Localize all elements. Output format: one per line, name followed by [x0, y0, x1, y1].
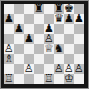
white-pawn-piece: ♙ — [64, 64, 74, 74]
square-f6[interactable] — [54, 24, 64, 34]
square-d6[interactable] — [34, 24, 44, 34]
square-e3[interactable] — [44, 54, 54, 64]
white-rook-piece: ♖ — [4, 74, 14, 84]
black-pawn-piece: ♟ — [24, 34, 34, 44]
square-b6[interactable]: ♟ — [14, 24, 24, 34]
square-g5[interactable] — [64, 34, 74, 44]
square-d4[interactable] — [34, 44, 44, 54]
square-c2[interactable]: ♙ — [24, 64, 34, 74]
square-d3[interactable] — [34, 54, 44, 64]
square-e2[interactable] — [44, 64, 54, 74]
square-a8[interactable] — [4, 4, 14, 14]
square-g7[interactable]: ♟ — [64, 14, 74, 24]
square-c6[interactable] — [24, 24, 34, 34]
square-h6[interactable] — [74, 24, 84, 34]
square-c8[interactable] — [24, 4, 34, 14]
square-d2[interactable] — [34, 64, 44, 74]
white-pawn-piece: ♙ — [24, 64, 34, 74]
square-b1[interactable] — [14, 74, 24, 84]
square-a4[interactable]: ♙ — [4, 44, 14, 54]
black-pawn-piece: ♟ — [14, 24, 24, 34]
square-d8[interactable]: ♜ — [34, 4, 44, 14]
white-bishop-piece: ♗ — [4, 54, 14, 64]
black-pawn-piece: ♟ — [44, 24, 54, 34]
square-f8[interactable]: ♜ — [54, 4, 64, 14]
black-knight-piece: ♞ — [54, 44, 64, 54]
square-b8[interactable] — [14, 4, 24, 14]
square-h1[interactable] — [74, 74, 84, 84]
square-b4[interactable] — [14, 44, 24, 54]
square-e6[interactable]: ♟ — [44, 24, 54, 34]
square-h4[interactable] — [74, 44, 84, 54]
square-c1[interactable] — [24, 74, 34, 84]
square-g2[interactable]: ♙ — [64, 64, 74, 74]
square-g1[interactable]: ♔ — [64, 74, 74, 84]
square-f5[interactable] — [54, 34, 64, 44]
square-b2[interactable] — [14, 64, 24, 74]
square-d7[interactable] — [34, 14, 44, 24]
square-f2[interactable]: ♙ — [54, 64, 64, 74]
square-c5[interactable]: ♟ — [24, 34, 34, 44]
square-b3[interactable] — [14, 54, 24, 64]
square-h8[interactable] — [74, 4, 84, 14]
black-pawn-piece: ♟ — [4, 14, 14, 24]
white-pawn-piece: ♙ — [54, 64, 64, 74]
square-f1[interactable] — [54, 74, 64, 84]
square-b7[interactable] — [14, 14, 24, 24]
white-king-piece: ♔ — [64, 74, 74, 84]
white-queen-piece: ♕ — [44, 44, 54, 54]
square-g4[interactable] — [64, 44, 74, 54]
black-pawn-piece: ♟ — [74, 14, 84, 24]
white-pawn-piece: ♙ — [44, 34, 54, 44]
square-h3[interactable] — [74, 54, 84, 64]
chess-board-frame: ♜♜♚♟♛♟♟♟♟♟♙♙♕♞♗♙♙♙♙♖♖♔ — [0, 0, 89, 89]
black-king-piece: ♚ — [64, 4, 74, 14]
square-c4[interactable] — [24, 44, 34, 54]
black-rook-piece: ♜ — [34, 4, 44, 14]
square-g3[interactable] — [64, 54, 74, 64]
square-c7[interactable] — [24, 14, 34, 24]
square-f4[interactable]: ♞ — [54, 44, 64, 54]
black-queen-piece: ♛ — [54, 14, 64, 24]
square-a2[interactable] — [4, 64, 14, 74]
square-e1[interactable]: ♖ — [44, 74, 54, 84]
square-a1[interactable]: ♖ — [4, 74, 14, 84]
square-f3[interactable] — [54, 54, 64, 64]
square-e5[interactable]: ♙ — [44, 34, 54, 44]
square-a5[interactable] — [4, 34, 14, 44]
chess-board: ♜♜♚♟♛♟♟♟♟♟♙♙♕♞♗♙♙♙♙♖♖♔ — [4, 4, 84, 84]
square-b5[interactable] — [14, 34, 24, 44]
white-rook-piece: ♖ — [44, 74, 54, 84]
square-f7[interactable]: ♛ — [54, 14, 64, 24]
white-pawn-piece: ♙ — [4, 44, 14, 54]
square-c3[interactable] — [24, 54, 34, 64]
square-a3[interactable]: ♗ — [4, 54, 14, 64]
square-e7[interactable] — [44, 14, 54, 24]
black-pawn-piece: ♟ — [64, 14, 74, 24]
white-pawn-piece: ♙ — [74, 64, 84, 74]
square-h5[interactable] — [74, 34, 84, 44]
black-rook-piece: ♜ — [54, 4, 64, 14]
square-h2[interactable]: ♙ — [74, 64, 84, 74]
square-g6[interactable] — [64, 24, 74, 34]
square-e4[interactable]: ♕ — [44, 44, 54, 54]
square-a6[interactable] — [4, 24, 14, 34]
square-d5[interactable] — [34, 34, 44, 44]
square-g8[interactable]: ♚ — [64, 4, 74, 14]
square-h7[interactable]: ♟ — [74, 14, 84, 24]
square-e8[interactable] — [44, 4, 54, 14]
square-a7[interactable]: ♟ — [4, 14, 14, 24]
square-d1[interactable] — [34, 74, 44, 84]
